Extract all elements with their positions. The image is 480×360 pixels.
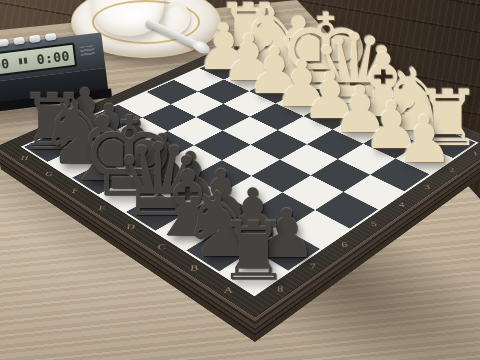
clock-button[interactable]	[0, 39, 9, 47]
clock-button[interactable]	[45, 33, 57, 41]
file-label-g: G	[26, 169, 72, 179]
rank-label-7: 7	[302, 251, 326, 282]
rank-label-5: 5	[362, 211, 387, 239]
clock-lever-icon	[19, 58, 28, 65]
rank-label-4: 4	[389, 192, 415, 218]
rank-label-6: 6	[332, 230, 357, 259]
file-label-h: H	[2, 153, 47, 163]
clock-brand-mark	[80, 45, 95, 56]
file-label-a: A	[203, 283, 254, 298]
file-label-b: B	[169, 261, 219, 275]
clock-right-time: 0:00	[36, 48, 71, 67]
file-label-d: D	[106, 221, 155, 233]
file-label-c: C	[137, 240, 186, 253]
rank-label-3: 3	[415, 175, 441, 199]
scene: 0:00 0:00 HGFEDCBA 12345678 ♜♞♝♛♚♝♞♜♟♟♟♟…	[0, 0, 480, 360]
file-label-f: F	[51, 185, 98, 196]
rank-label-8: 8	[269, 273, 292, 306]
file-label-e: E	[78, 202, 126, 213]
clock-button[interactable]	[13, 37, 25, 45]
rank-label-1: 1	[462, 143, 480, 165]
clock-button[interactable]	[29, 35, 41, 43]
clock-left-time: 0:00	[0, 55, 10, 74]
